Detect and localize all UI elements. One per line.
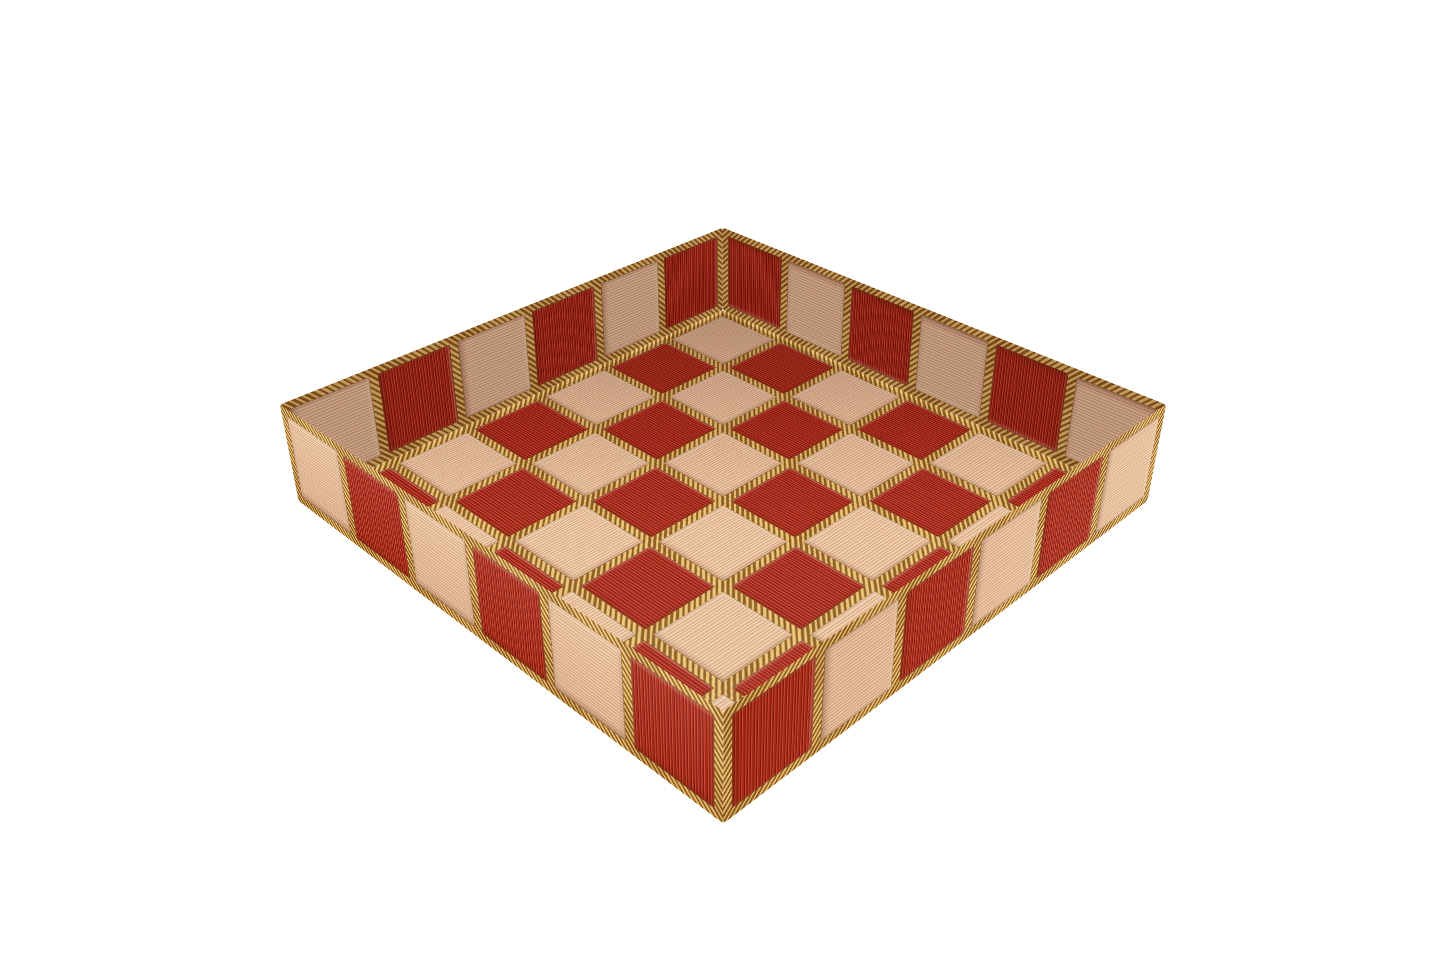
back-left-panel-3-red — [531, 286, 597, 386]
product-photo-canvas — [0, 0, 1445, 963]
back-left-panel-2-natural — [600, 260, 659, 356]
back-left-panel-1-red — [664, 236, 718, 329]
back-right-panel-1-red — [728, 236, 782, 329]
checkerboard-tray — [298, 310, 1147, 823]
back-right-panel-2-natural — [786, 260, 845, 356]
